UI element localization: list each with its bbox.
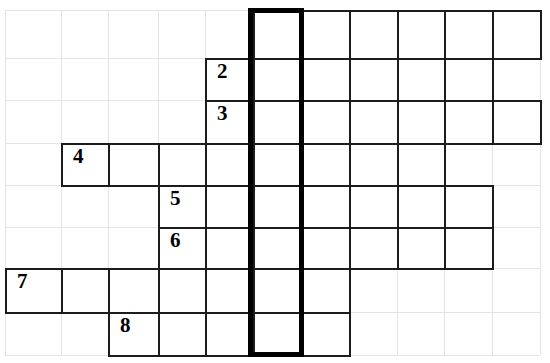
cell-r1-c9[interactable] — [397, 10, 446, 60]
cell-r2-c9[interactable] — [397, 58, 446, 102]
cell-r3-c9[interactable] — [397, 100, 446, 145]
cell-r6-c4[interactable] — [158, 227, 207, 270]
cell-r8-c3[interactable] — [108, 312, 160, 357]
cell-r4-c8[interactable] — [349, 143, 399, 187]
clue-number-4: 4 — [73, 146, 84, 167]
cell-r1-c8[interactable] — [349, 10, 399, 60]
cell-r5-c7[interactable] — [302, 185, 351, 229]
cell-r7-c7[interactable] — [302, 268, 351, 314]
cell-r7-c1[interactable] — [5, 268, 63, 314]
cell-r4-c7[interactable] — [302, 143, 351, 187]
clue-number-7: 7 — [17, 271, 28, 292]
cell-r6-c7[interactable] — [302, 227, 351, 270]
cell-r7-c3[interactable] — [108, 268, 160, 314]
cell-r7-c2[interactable] — [61, 268, 110, 314]
cell-r6-c10[interactable] — [444, 227, 494, 270]
cell-r7-c4[interactable] — [158, 268, 207, 314]
clue-number-6: 6 — [170, 230, 181, 251]
clue-number-8: 8 — [120, 315, 131, 336]
cell-r8-c7[interactable] — [302, 312, 351, 357]
cell-r8-c4[interactable] — [158, 312, 207, 357]
clue-number-3: 3 — [217, 103, 228, 124]
cell-r3-c8[interactable] — [349, 100, 399, 145]
clue-number-5: 5 — [170, 188, 181, 209]
cell-r6-c9[interactable] — [397, 227, 446, 270]
cell-r3-c11[interactable] — [492, 100, 542, 145]
crossword-board: 2345678 — [0, 0, 550, 363]
cell-r3-c10[interactable] — [444, 100, 494, 145]
cell-r4-c2[interactable] — [61, 143, 110, 187]
cell-r4-c3[interactable] — [108, 143, 160, 187]
cell-r3-c7[interactable] — [302, 100, 351, 145]
cell-r1-c7[interactable] — [302, 10, 351, 60]
answer-column-outline — [248, 8, 304, 357]
cell-r2-c7[interactable] — [302, 58, 351, 102]
cell-r5-c8[interactable] — [349, 185, 399, 229]
faint-grid-line-v-11 — [540, 10, 541, 355]
cell-r6-c8[interactable] — [349, 227, 399, 270]
cell-r5-c9[interactable] — [397, 185, 446, 229]
cell-r1-c11[interactable] — [492, 10, 542, 60]
cell-r4-c9[interactable] — [397, 143, 446, 187]
cell-r1-c10[interactable] — [444, 10, 494, 60]
cell-r4-c4[interactable] — [158, 143, 207, 187]
clue-number-2: 2 — [217, 61, 228, 82]
cell-r2-c8[interactable] — [349, 58, 399, 102]
cell-r5-c10[interactable] — [444, 185, 494, 229]
cell-r2-c10[interactable] — [444, 58, 494, 102]
cell-r5-c4[interactable] — [158, 185, 207, 229]
